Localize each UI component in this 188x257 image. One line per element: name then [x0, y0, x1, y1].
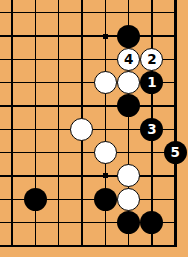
white-stone	[70, 118, 93, 141]
white-stone	[94, 141, 117, 164]
go-diagram: 42135	[0, 0, 188, 257]
black-stone	[117, 94, 140, 117]
stone-grid: 42135	[0, 1, 187, 257]
black-stone	[24, 188, 47, 211]
black-stone	[117, 211, 140, 234]
white-stone	[117, 164, 140, 187]
move-number: 3	[147, 123, 156, 137]
white-stone-move-2: 2	[140, 48, 163, 71]
white-stone-move-4: 4	[117, 48, 140, 71]
move-number: 2	[147, 53, 156, 67]
white-stone	[94, 71, 117, 94]
move-number: 4	[124, 53, 133, 67]
black-stone	[140, 211, 163, 234]
move-number: 1	[147, 76, 156, 90]
black-stone	[117, 25, 140, 48]
black-stone-move-1: 1	[140, 71, 163, 94]
go-board: 42135	[0, 0, 188, 257]
white-stone	[117, 71, 140, 94]
star-point	[103, 173, 108, 178]
star-point	[103, 34, 108, 39]
black-stone-move-5: 5	[164, 141, 187, 164]
white-stone	[117, 188, 140, 211]
black-stone-move-3: 3	[140, 118, 163, 141]
black-stone	[94, 188, 117, 211]
move-number: 5	[171, 146, 180, 160]
